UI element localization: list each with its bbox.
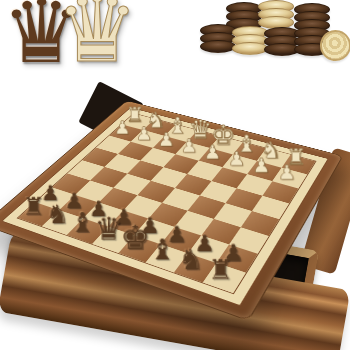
piece-white-pawn: ♟ <box>154 131 179 149</box>
piece-white-pawn: ♟ <box>223 150 249 168</box>
product-photo: ♛ ♛ ♜♞♝♛♚♝♞♜♟♟♟♟♟♟♟♟♟♟♟♟♟♟♟♟♜♞♝♛♚♝♞♜ <box>0 0 350 350</box>
piece-white-pawn: ♟ <box>248 157 275 176</box>
piece-black-rook: ♜ <box>204 258 237 284</box>
piece-white-pawn: ♟ <box>199 143 225 161</box>
board-scene: ♜♞♝♛♚♝♞♜♟♟♟♟♟♟♟♟♟♟♟♟♟♟♟♟♜♞♝♛♚♝♞♜ <box>15 38 335 338</box>
piece-black-knight: ♞ <box>175 247 207 274</box>
piece-black-bishop: ♝ <box>147 236 179 264</box>
chess-board: ♜♞♝♛♚♝♞♜♟♟♟♟♟♟♟♟♟♟♟♟♟♟♟♟♜♞♝♛♚♝♞♜ <box>17 113 317 294</box>
board-border-strip: ♜♞♝♛♚♝♞♜♟♟♟♟♟♟♟♟♟♟♟♟♟♟♟♟♜♞♝♛♚♝♞♜ <box>1 107 329 306</box>
square-c5 <box>113 174 150 195</box>
board-tilt-group: ♜♞♝♛♚♝♞♜♟♟♟♟♟♟♟♟♟♟♟♟♟♟♟♟♜♞♝♛♚♝♞♜ <box>0 101 343 322</box>
board-frame: ♜♞♝♛♚♝♞♜♟♟♟♟♟♟♟♟♟♟♟♟♟♟♟♟♜♞♝♛♚♝♞♜ <box>0 101 343 322</box>
checker-stack <box>258 0 294 29</box>
piece-white-pawn: ♟ <box>273 163 300 182</box>
piece-white-pawn: ♟ <box>176 137 202 155</box>
